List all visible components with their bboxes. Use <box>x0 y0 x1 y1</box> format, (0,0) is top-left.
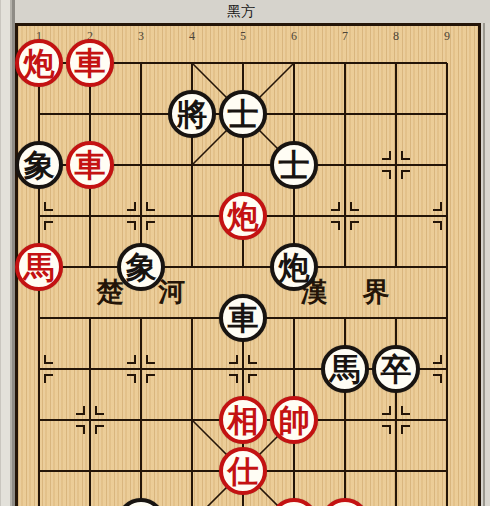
column-label-7: 7 <box>335 29 355 44</box>
position-mark <box>127 355 136 364</box>
position-mark <box>146 202 155 211</box>
position-mark <box>95 406 104 415</box>
position-mark <box>127 202 136 211</box>
window-right-gutter <box>483 23 490 506</box>
position-mark <box>76 406 85 415</box>
position-mark <box>382 151 391 160</box>
piece-red-馬-r5c1[interactable]: 馬 <box>15 243 63 291</box>
window-left-gutter <box>0 0 15 506</box>
piece-red-相-r8c5[interactable]: 相 <box>219 396 267 444</box>
position-mark <box>44 355 53 364</box>
piece-black-士-r3c6[interactable]: 士 <box>270 141 318 189</box>
piece-black-將-r2c4[interactable]: 將 <box>168 90 216 138</box>
xiangqi-app-window: 黑方 123456789楚河漢界炮車將士象車士炮馬象炮車馬卒相帥仕 <box>0 0 490 506</box>
column-label-8: 8 <box>386 29 406 44</box>
piece-red-帥-r8c6[interactable]: 帥 <box>270 396 318 444</box>
column-label-3: 3 <box>131 29 151 44</box>
position-mark <box>350 221 359 230</box>
position-mark <box>127 374 136 383</box>
piece-black-象-r3c1[interactable]: 象 <box>15 141 63 189</box>
xiangqi-board[interactable]: 123456789楚河漢界炮車將士象車士炮馬象炮車馬卒相帥仕 <box>15 23 481 506</box>
piece-black-炮-r5c6[interactable]: 炮 <box>270 243 318 291</box>
black-side-label: 黑方 <box>0 3 482 21</box>
position-mark <box>229 374 238 383</box>
position-mark <box>146 355 155 364</box>
position-mark <box>331 221 340 230</box>
column-label-4: 4 <box>182 29 202 44</box>
position-mark <box>127 221 136 230</box>
position-mark <box>401 151 410 160</box>
position-mark <box>76 425 85 434</box>
piece-red-仕-r9c5[interactable]: 仕 <box>219 447 267 495</box>
position-mark <box>248 355 257 364</box>
position-mark <box>350 202 359 211</box>
column-label-6: 6 <box>284 29 304 44</box>
position-mark <box>95 425 104 434</box>
river-char: 界 <box>363 274 390 310</box>
piece-black-車-r6c5[interactable]: 車 <box>219 294 267 342</box>
position-mark <box>44 221 53 230</box>
position-mark <box>229 355 238 364</box>
piece-red-車-r1c2[interactable]: 車 <box>66 39 114 87</box>
position-mark <box>382 406 391 415</box>
position-mark <box>401 406 410 415</box>
piece-red-炮-r4c5[interactable]: 炮 <box>219 192 267 240</box>
piece-black-士-r2c5[interactable]: 士 <box>219 90 267 138</box>
column-label-9: 9 <box>437 29 457 44</box>
position-mark <box>382 425 391 434</box>
piece-black-象-r5c3[interactable]: 象 <box>117 243 165 291</box>
position-mark <box>146 221 155 230</box>
position-mark <box>401 425 410 434</box>
position-mark <box>401 170 410 179</box>
position-mark <box>44 374 53 383</box>
piece-red-炮-r1c1[interactable]: 炮 <box>15 39 63 87</box>
piece-red-車-r3c2[interactable]: 車 <box>66 141 114 189</box>
piece-black-卒-r7c8[interactable]: 卒 <box>372 345 420 393</box>
position-mark <box>44 202 53 211</box>
position-mark <box>146 374 155 383</box>
piece-black-馬-r7c7[interactable]: 馬 <box>321 345 369 393</box>
position-mark <box>433 374 442 383</box>
position-mark <box>433 221 442 230</box>
position-mark <box>248 374 257 383</box>
position-mark <box>382 170 391 179</box>
river-char: 河 <box>159 274 186 310</box>
position-mark <box>433 355 442 364</box>
river-char: 楚 <box>97 274 124 310</box>
column-label-5: 5 <box>233 29 253 44</box>
position-mark <box>331 202 340 211</box>
position-mark <box>433 202 442 211</box>
